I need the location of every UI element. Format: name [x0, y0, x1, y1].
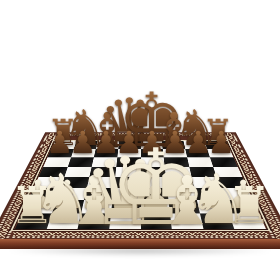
board-floor-shadow: [8, 247, 272, 256]
square-d4: [114, 177, 141, 188]
square-a7: [47, 149, 73, 157]
square-a4: [34, 177, 64, 188]
square-c4: [87, 177, 115, 188]
square-b2: [52, 200, 85, 214]
chess-set-photo: ♜♞♝♛♚♝♞♜♟♟♟♟♟♟♟♟♟♟♟♟♟♟♟♟♜♞♝♛♚♝♞♜: [0, 0, 280, 280]
square-d7: [117, 149, 140, 157]
square-b7: [71, 149, 96, 157]
square-h7: [207, 149, 233, 157]
square-e4: [141, 177, 168, 188]
square-g7: [185, 149, 210, 157]
square-e3: [141, 188, 169, 200]
square-b4: [60, 177, 89, 188]
chess-board: [0, 132, 280, 240]
square-c6: [92, 158, 117, 167]
square-h2: [225, 200, 259, 214]
square-c7: [94, 149, 118, 157]
square-a5: [39, 167, 68, 177]
square-f1: [170, 214, 203, 229]
square-d5: [115, 167, 140, 177]
square-g6: [187, 158, 213, 167]
square-h3: [221, 188, 253, 200]
square-c2: [81, 200, 112, 214]
square-f2: [169, 200, 200, 214]
square-h5: [213, 167, 242, 177]
square-b8: [74, 141, 98, 149]
square-c8: [96, 141, 119, 149]
square-e7: [141, 149, 164, 157]
square-a8: [51, 141, 76, 149]
square-h6: [210, 158, 237, 167]
square-e1: [141, 214, 172, 229]
square-f4: [166, 177, 194, 188]
square-f6: [164, 158, 189, 167]
square-g5: [189, 167, 217, 177]
square-e8: [141, 141, 163, 149]
square-g3: [194, 188, 225, 200]
square-h4: [217, 177, 247, 188]
square-g8: [183, 141, 207, 149]
square-f8: [162, 141, 185, 149]
square-b6: [68, 158, 94, 167]
square-b5: [64, 167, 92, 177]
square-e6: [141, 158, 165, 167]
square-h8: [205, 141, 230, 149]
square-e5: [141, 167, 166, 177]
square-c3: [84, 188, 113, 200]
square-d2: [111, 200, 141, 214]
board-squares-grid: [15, 141, 266, 228]
square-g4: [191, 177, 220, 188]
square-c5: [90, 167, 117, 177]
square-d3: [112, 188, 140, 200]
square-f5: [165, 167, 192, 177]
square-e2: [141, 200, 171, 214]
square-b3: [56, 188, 87, 200]
square-f7: [163, 149, 187, 157]
square-d8: [118, 141, 140, 149]
square-d6: [116, 158, 140, 167]
square-b1: [46, 214, 81, 229]
square-f3: [167, 188, 196, 200]
square-d1: [109, 214, 140, 229]
square-h1: [229, 214, 266, 229]
square-c1: [78, 214, 111, 229]
square-a6: [43, 158, 70, 167]
